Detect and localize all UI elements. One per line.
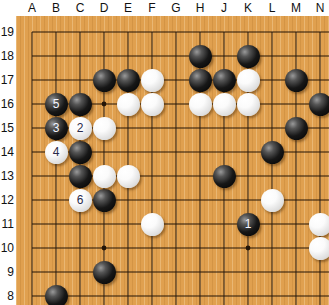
stone-black-D12[interactable] xyxy=(93,189,116,212)
row-label-10: 10 xyxy=(1,240,14,256)
stone-black-B16[interactable]: 5 xyxy=(45,93,68,116)
stone-white-F11[interactable] xyxy=(141,213,164,236)
row-label-18: 18 xyxy=(1,48,14,64)
row-label-19: 19 xyxy=(1,24,14,40)
stone-black-C14[interactable] xyxy=(69,141,92,164)
move-number-label: 3 xyxy=(53,122,60,134)
column-label-F: F xyxy=(148,1,155,15)
column-label-K: K xyxy=(244,1,252,15)
move-number-label: 5 xyxy=(53,98,60,110)
row-label-9: 9 xyxy=(7,264,14,280)
stone-black-B8[interactable] xyxy=(45,285,68,305)
stone-black-K18[interactable] xyxy=(237,45,260,68)
column-label-N: N xyxy=(316,1,325,15)
stone-black-L14[interactable] xyxy=(261,141,284,164)
stone-black-D17[interactable] xyxy=(93,69,116,92)
column-label-G: G xyxy=(171,1,180,15)
row-label-14: 14 xyxy=(1,144,14,160)
stone-white-N11[interactable] xyxy=(309,213,329,236)
stone-black-C13[interactable] xyxy=(69,165,92,188)
column-label-B: B xyxy=(52,1,60,15)
column-label-H: H xyxy=(196,1,205,15)
row-label-11: 11 xyxy=(2,216,14,232)
column-label-M: M xyxy=(291,1,301,15)
move-number-label: 6 xyxy=(77,194,84,206)
stone-white-N10[interactable] xyxy=(309,237,329,260)
stone-white-C15[interactable]: 2 xyxy=(69,117,92,140)
stones-layer: 531246 xyxy=(20,20,329,305)
column-label-C: C xyxy=(76,1,85,15)
stone-black-H18[interactable] xyxy=(189,45,212,68)
stone-black-E17[interactable] xyxy=(117,69,140,92)
stone-black-M17[interactable] xyxy=(285,69,308,92)
stone-white-H16[interactable] xyxy=(189,93,212,116)
stone-black-B15[interactable]: 3 xyxy=(45,117,68,140)
column-label-L: L xyxy=(269,1,276,15)
stone-white-J16[interactable] xyxy=(213,93,236,116)
stone-black-C16[interactable] xyxy=(69,93,92,116)
go-board[interactable]: 531246 xyxy=(16,16,329,305)
stone-white-E13[interactable] xyxy=(117,165,140,188)
stone-white-F16[interactable] xyxy=(141,93,164,116)
stone-white-L12[interactable] xyxy=(261,189,284,212)
stone-black-J13[interactable] xyxy=(213,165,236,188)
row-label-13: 13 xyxy=(1,168,14,184)
column-label-E: E xyxy=(124,1,132,15)
stone-white-F17[interactable] xyxy=(141,69,164,92)
stone-black-N16[interactable] xyxy=(309,93,329,116)
column-label-A: A xyxy=(28,1,36,15)
stone-white-K17[interactable] xyxy=(237,69,260,92)
stone-black-K11[interactable]: 1 xyxy=(237,213,260,236)
stone-white-D13[interactable] xyxy=(93,165,116,188)
stone-black-H17[interactable] xyxy=(189,69,212,92)
move-number-label: 4 xyxy=(53,146,60,158)
row-label-15: 15 xyxy=(1,120,14,136)
row-label-8: 8 xyxy=(7,288,14,304)
go-board-screenshot: ABCDEFGHJKLMN 1918171615141312111098 531… xyxy=(0,0,329,305)
column-labels: ABCDEFGHJKLMN xyxy=(0,0,329,16)
stone-white-K16[interactable] xyxy=(237,93,260,116)
stone-white-C12[interactable]: 6 xyxy=(69,189,92,212)
move-number-label: 1 xyxy=(245,218,252,230)
stone-black-M15[interactable] xyxy=(285,117,308,140)
column-label-J: J xyxy=(221,1,227,15)
stone-black-J17[interactable] xyxy=(213,69,236,92)
stone-white-E16[interactable] xyxy=(117,93,140,116)
move-number-label: 2 xyxy=(77,122,84,134)
row-label-12: 12 xyxy=(1,192,14,208)
row-labels: 1918171615141312111098 xyxy=(0,0,16,305)
stone-black-D9[interactable] xyxy=(93,261,116,284)
row-label-16: 16 xyxy=(1,96,14,112)
stone-white-B14[interactable]: 4 xyxy=(45,141,68,164)
stone-white-D15[interactable] xyxy=(93,117,116,140)
row-label-17: 17 xyxy=(1,72,14,88)
column-label-D: D xyxy=(100,1,109,15)
